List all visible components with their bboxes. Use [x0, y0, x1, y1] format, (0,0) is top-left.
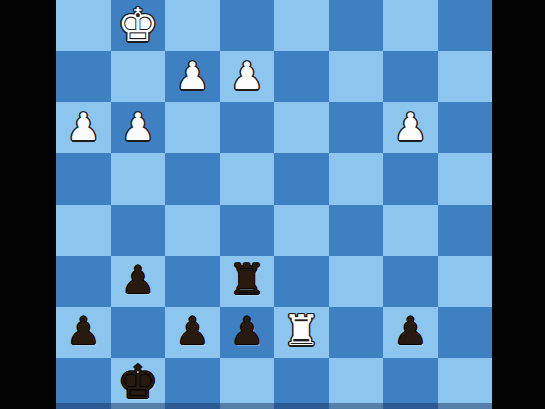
square-d4[interactable]	[220, 205, 275, 256]
black-pawn: ♟	[230, 312, 264, 350]
black-king: ♚	[117, 359, 158, 405]
square-a2[interactable]: ♟	[56, 307, 111, 358]
square-a4[interactable]	[56, 205, 111, 256]
square-c6[interactable]	[165, 102, 220, 153]
square-h6[interactable]	[438, 102, 493, 153]
square-a5[interactable]	[56, 153, 111, 204]
square-e8[interactable]	[274, 0, 329, 51]
square-b7[interactable]	[111, 51, 166, 102]
black-pawn: ♟	[393, 312, 427, 350]
square-c7[interactable]: ♟	[165, 51, 220, 102]
square-g1[interactable]	[383, 358, 438, 409]
chess-board: ♚♟♟♟♟♟♟♜♟♟♟♜♟♚	[56, 0, 492, 409]
square-b4[interactable]	[111, 205, 166, 256]
square-g5[interactable]	[383, 153, 438, 204]
square-d7[interactable]: ♟	[220, 51, 275, 102]
square-e3[interactable]	[274, 256, 329, 307]
black-pawn: ♟	[121, 261, 155, 299]
square-h4[interactable]	[438, 205, 493, 256]
right-letterbox-bar	[492, 0, 545, 409]
square-d5[interactable]	[220, 153, 275, 204]
square-e7[interactable]	[274, 51, 329, 102]
square-b3[interactable]: ♟	[111, 256, 166, 307]
square-g8[interactable]	[383, 0, 438, 51]
square-a8[interactable]	[56, 0, 111, 51]
square-g7[interactable]	[383, 51, 438, 102]
square-c3[interactable]	[165, 256, 220, 307]
left-letterbox-bar	[0, 0, 56, 409]
square-f5[interactable]	[329, 153, 384, 204]
square-h8[interactable]	[438, 0, 493, 51]
square-a7[interactable]	[56, 51, 111, 102]
video-frame: ♚♟♟♟♟♟♟♜♟♟♟♜♟♚	[0, 0, 545, 409]
square-c8[interactable]	[165, 0, 220, 51]
square-f3[interactable]	[329, 256, 384, 307]
square-d1[interactable]	[220, 358, 275, 409]
square-c2[interactable]: ♟	[165, 307, 220, 358]
white-pawn: ♟	[393, 108, 427, 146]
square-d2[interactable]: ♟	[220, 307, 275, 358]
square-d8[interactable]	[220, 0, 275, 51]
square-c1[interactable]	[165, 358, 220, 409]
square-f6[interactable]	[329, 102, 384, 153]
square-h1[interactable]	[438, 358, 493, 409]
square-d6[interactable]	[220, 102, 275, 153]
square-g3[interactable]	[383, 256, 438, 307]
square-f1[interactable]	[329, 358, 384, 409]
square-b5[interactable]	[111, 153, 166, 204]
square-e2[interactable]: ♜	[274, 307, 329, 358]
square-b1[interactable]: ♚	[111, 358, 166, 409]
square-a6[interactable]: ♟	[56, 102, 111, 153]
square-a3[interactable]	[56, 256, 111, 307]
square-g6[interactable]: ♟	[383, 102, 438, 153]
square-e5[interactable]	[274, 153, 329, 204]
square-b2[interactable]	[111, 307, 166, 358]
square-h5[interactable]	[438, 153, 493, 204]
square-e4[interactable]	[274, 205, 329, 256]
square-f4[interactable]	[329, 205, 384, 256]
square-b8[interactable]: ♚	[111, 0, 166, 51]
black-pawn: ♟	[175, 312, 209, 350]
square-h3[interactable]	[438, 256, 493, 307]
white-pawn: ♟	[175, 57, 209, 95]
square-g2[interactable]: ♟	[383, 307, 438, 358]
square-h7[interactable]	[438, 51, 493, 102]
square-c5[interactable]	[165, 153, 220, 204]
black-pawn: ♟	[66, 312, 100, 350]
square-e1[interactable]	[274, 358, 329, 409]
white-rook: ♜	[282, 310, 320, 352]
black-rook: ♜	[228, 259, 266, 301]
square-g4[interactable]	[383, 205, 438, 256]
square-f2[interactable]	[329, 307, 384, 358]
square-f7[interactable]	[329, 51, 384, 102]
white-pawn: ♟	[66, 108, 100, 146]
square-d3[interactable]: ♜	[220, 256, 275, 307]
square-e6[interactable]	[274, 102, 329, 153]
square-a1[interactable]	[56, 358, 111, 409]
white-pawn: ♟	[121, 108, 155, 146]
square-c4[interactable]	[165, 205, 220, 256]
square-h2[interactable]	[438, 307, 493, 358]
white-king: ♚	[117, 2, 158, 48]
white-pawn: ♟	[230, 57, 264, 95]
square-b6[interactable]: ♟	[111, 102, 166, 153]
square-f8[interactable]	[329, 0, 384, 51]
